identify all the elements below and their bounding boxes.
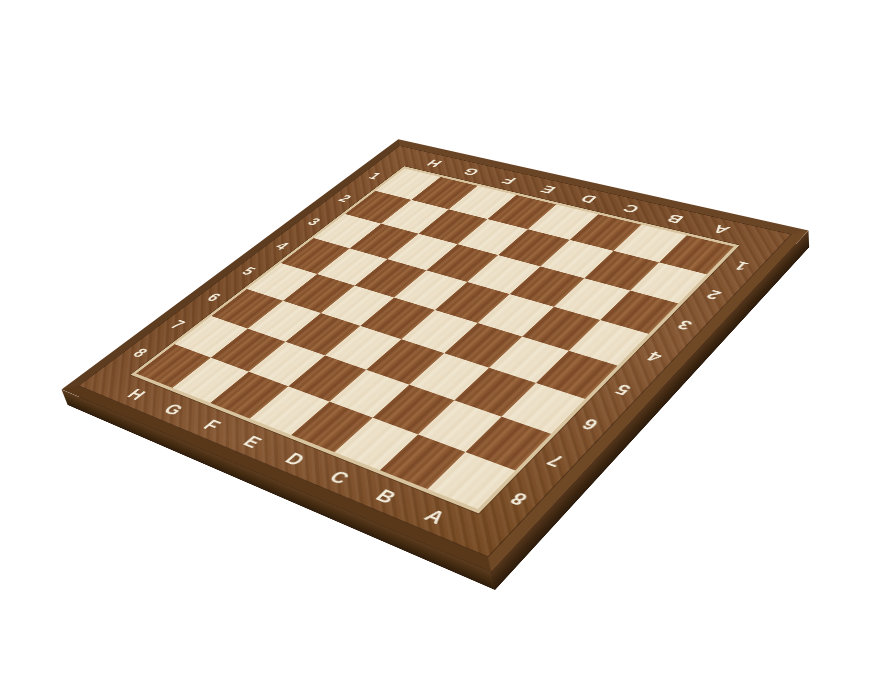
square-b3: [554, 278, 630, 320]
square-a5: [536, 351, 618, 399]
square-c8: [335, 418, 419, 471]
file-label-cell: H: [104, 376, 169, 413]
square-d6: [366, 339, 444, 384]
file-label-A: A: [709, 222, 734, 237]
rank-label-5: 5: [238, 264, 260, 277]
square-d7: [330, 370, 410, 418]
rank-label-3: 3: [304, 216, 325, 228]
square-b4: [522, 307, 600, 351]
file-label-C: C: [619, 202, 643, 216]
rank-label-4: 4: [271, 240, 292, 253]
file-label-E: E: [537, 183, 560, 196]
rank-label-4: 4: [643, 348, 667, 365]
square-a8: [428, 452, 516, 509]
rank-label-6: 6: [203, 290, 225, 304]
square-b7: [418, 400, 502, 452]
square-a6: [502, 383, 586, 434]
square-g8: [172, 358, 248, 403]
rank-label-3: 3: [674, 317, 697, 333]
square-c5: [444, 323, 522, 368]
square-b6: [454, 368, 536, 417]
square-a7: [465, 417, 551, 471]
file-label-D: D: [280, 448, 310, 469]
file-labels-bottom-edge: HGFEDCBA: [104, 376, 474, 541]
product-photo-scene: HGFEDCBA HGFEDCBA 12345678 12345678: [0, 0, 880, 680]
square-a2: [630, 262, 706, 303]
square-c4: [478, 294, 554, 336]
file-label-D: D: [577, 192, 601, 205]
rank-label-1: 1: [731, 258, 753, 273]
square-f8: [210, 372, 288, 419]
square-f7: [249, 342, 325, 387]
file-label-cell: A: [396, 492, 475, 541]
file-label-G: G: [159, 400, 188, 419]
square-d5: [401, 310, 477, 353]
file-label-E: E: [239, 432, 268, 452]
file-label-G: G: [459, 165, 483, 178]
rank-label-7: 7: [543, 450, 569, 470]
square-a3: [600, 291, 678, 334]
file-label-cell: E: [218, 421, 288, 463]
square-c7: [373, 385, 455, 435]
rank-label-2: 2: [703, 287, 725, 302]
square-b5: [489, 337, 569, 383]
square-c6: [409, 353, 489, 400]
square-b8: [380, 434, 466, 489]
file-label-H: H: [423, 157, 446, 169]
file-label-cell: C: [303, 455, 377, 500]
file-label-B: B: [663, 212, 688, 226]
file-label-B: B: [371, 485, 402, 507]
rank-label-5: 5: [611, 380, 635, 398]
file-label-C: C: [325, 466, 356, 488]
file-label-cell: B: [348, 473, 424, 520]
file-label-cell: F: [178, 405, 246, 445]
file-label-cell: D: [259, 438, 331, 481]
square-d8: [291, 402, 373, 453]
file-label-cell: G: [141, 390, 208, 429]
file-label-F: F: [498, 174, 520, 186]
rank-label-6: 6: [578, 414, 603, 433]
square-e7: [288, 355, 366, 401]
square-a4: [569, 320, 649, 366]
file-label-A: A: [419, 504, 451, 527]
rank-label-8: 8: [128, 345, 152, 360]
file-label-H: H: [123, 385, 151, 403]
perspective-wrapper: HGFEDCBA HGFEDCBA 12345678 12345678: [0, 0, 880, 680]
square-e8: [250, 386, 330, 435]
file-label-F: F: [199, 416, 226, 435]
rank-label-7: 7: [166, 317, 189, 331]
rank-label-2: 2: [335, 193, 355, 205]
rank-label-8: 8: [506, 488, 533, 509]
rank-label-1: 1: [365, 170, 385, 181]
square-e6: [325, 326, 401, 370]
chessboard: HGFEDCBA HGFEDCBA 12345678 12345678: [62, 139, 809, 572]
